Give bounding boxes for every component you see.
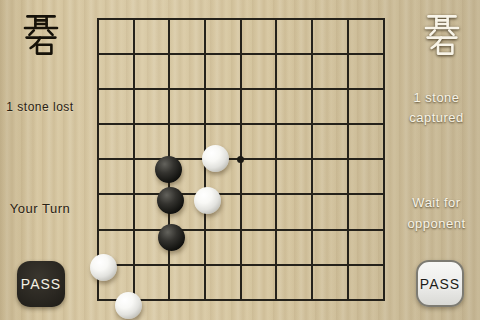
opponent-wait-line2: opponent [393,213,480,234]
board-cell[interactable] [204,123,240,158]
board-cell[interactable] [133,158,169,193]
board-cell[interactable] [204,158,240,193]
board-cell[interactable] [347,123,383,158]
go-board[interactable] [97,18,385,301]
go-kanji-logo-black [21,11,61,57]
board-cell[interactable] [275,88,311,123]
board-cell[interactable] [275,264,311,299]
white-captures-line2: captured [393,108,480,128]
board-cell[interactable] [240,193,276,228]
board-cell[interactable] [133,229,169,264]
pass-button-black[interactable]: PASS [17,261,65,307]
board-cell[interactable] [168,193,204,228]
board-cell[interactable] [311,193,347,228]
board-cell[interactable] [133,264,169,299]
board-cell[interactable] [347,193,383,228]
board-cell[interactable] [240,123,276,158]
black-stones-lost-status: 1 stone lost [0,100,80,114]
board-cell[interactable] [311,264,347,299]
board-cell[interactable] [311,18,347,53]
board-cell[interactable] [347,229,383,264]
board-cell[interactable] [97,53,133,88]
opponent-wait-status: Wait for opponent [393,192,480,234]
board-cell[interactable] [347,158,383,193]
board-cell[interactable] [240,18,276,53]
board-cell[interactable] [311,123,347,158]
board-cell[interactable] [204,193,240,228]
board-cell[interactable] [204,18,240,53]
board-cell[interactable] [347,18,383,53]
board-cell[interactable] [275,123,311,158]
board-cell[interactable] [97,88,133,123]
board-cell[interactable] [240,158,276,193]
board-cell[interactable] [168,123,204,158]
board-cell[interactable] [168,53,204,88]
opponent-wait-line1: Wait for [393,192,480,213]
go-app-screen: 1 stone lost Your Turn 1 stone captured … [0,0,480,320]
board-cell[interactable] [204,88,240,123]
board-cell[interactable] [204,53,240,88]
board-cell[interactable] [168,229,204,264]
board-cell[interactable] [133,123,169,158]
board-cell[interactable] [240,53,276,88]
board-cell[interactable] [311,88,347,123]
board-cell[interactable] [97,158,133,193]
board-cell[interactable] [240,264,276,299]
board-cell[interactable] [347,88,383,123]
board-cell[interactable] [347,53,383,88]
board-cell[interactable] [204,229,240,264]
board-cell[interactable] [240,229,276,264]
board-cell[interactable] [97,229,133,264]
board-cell[interactable] [204,264,240,299]
board-cell[interactable] [168,264,204,299]
board-cell[interactable] [97,123,133,158]
board-cell[interactable] [311,53,347,88]
white-captures-line1: 1 stone [393,88,480,108]
white-captures-status: 1 stone captured [393,88,480,128]
board-cell[interactable] [275,193,311,228]
board-cell[interactable] [97,264,133,299]
board-cell[interactable] [133,193,169,228]
board-cell[interactable] [347,264,383,299]
board-cell[interactable] [240,88,276,123]
board-cell[interactable] [275,53,311,88]
pass-button-white[interactable]: PASS [416,260,464,307]
board-cell[interactable] [275,229,311,264]
board-cell[interactable] [275,158,311,193]
board-cell[interactable] [168,18,204,53]
board-cell[interactable] [133,18,169,53]
board-cell[interactable] [168,88,204,123]
board-cell[interactable] [168,158,204,193]
board-cell[interactable] [311,229,347,264]
turn-indicator: Your Turn [0,201,80,216]
board-cell[interactable] [311,158,347,193]
go-kanji-logo-white [422,11,462,57]
board-cell[interactable] [133,53,169,88]
board-cell[interactable] [275,18,311,53]
board-grid[interactable] [97,18,385,301]
board-cell[interactable] [133,88,169,123]
board-cell[interactable] [97,193,133,228]
board-cell[interactable] [97,18,133,53]
